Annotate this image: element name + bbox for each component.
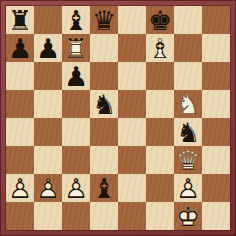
square-a1[interactable]: [6, 202, 34, 230]
piece-white-pawn: ♙: [62, 174, 90, 202]
square-f5[interactable]: [146, 90, 174, 118]
piece-black-knight: ♞: [174, 118, 202, 146]
square-c3[interactable]: [62, 146, 90, 174]
piece-black-pawn: ♟: [62, 62, 90, 90]
square-d3[interactable]: [90, 146, 118, 174]
square-b3[interactable]: [34, 146, 62, 174]
square-c5[interactable]: [62, 90, 90, 118]
square-d8[interactable]: ♛: [90, 6, 118, 34]
square-f4[interactable]: [146, 118, 174, 146]
piece-white-pawn-fill: ♟: [34, 174, 62, 202]
square-c8[interactable]: ♝: [62, 6, 90, 34]
piece-white-king-fill: ♚: [174, 202, 202, 230]
square-c7[interactable]: ♜♖: [62, 34, 90, 62]
piece-white-queen: ♕: [174, 146, 202, 174]
chess-board-frame: ♜♝♛♚♟♟♜♖♝♗♟♞♞♘♞♛♕♟♙♟♙♟♙♝♟♙♚♔: [0, 0, 236, 236]
square-d4[interactable]: [90, 118, 118, 146]
square-g5[interactable]: ♞♘: [174, 90, 202, 118]
piece-white-king: ♔: [174, 202, 202, 230]
square-h8[interactable]: [202, 6, 230, 34]
square-b6[interactable]: [34, 62, 62, 90]
square-b8[interactable]: [34, 6, 62, 34]
piece-white-bishop: ♗: [146, 34, 174, 62]
square-b4[interactable]: [34, 118, 62, 146]
square-e8[interactable]: [118, 6, 146, 34]
square-e5[interactable]: [118, 90, 146, 118]
piece-white-pawn: ♙: [6, 174, 34, 202]
square-g2[interactable]: ♟♙: [174, 174, 202, 202]
piece-black-knight: ♞: [90, 90, 118, 118]
square-c6[interactable]: ♟: [62, 62, 90, 90]
square-c2[interactable]: ♟♙: [62, 174, 90, 202]
square-f3[interactable]: [146, 146, 174, 174]
square-e7[interactable]: [118, 34, 146, 62]
square-g1[interactable]: ♚♔: [174, 202, 202, 230]
square-d2[interactable]: ♝: [90, 174, 118, 202]
square-g6[interactable]: [174, 62, 202, 90]
chess-board: ♜♝♛♚♟♟♜♖♝♗♟♞♞♘♞♛♕♟♙♟♙♟♙♝♟♙♚♔: [6, 6, 230, 230]
square-e4[interactable]: [118, 118, 146, 146]
square-e1[interactable]: [118, 202, 146, 230]
square-g7[interactable]: [174, 34, 202, 62]
square-b2[interactable]: ♟♙: [34, 174, 62, 202]
square-a7[interactable]: ♟: [6, 34, 34, 62]
square-h5[interactable]: [202, 90, 230, 118]
square-h4[interactable]: [202, 118, 230, 146]
square-e2[interactable]: [118, 174, 146, 202]
square-b7[interactable]: ♟: [34, 34, 62, 62]
square-h2[interactable]: [202, 174, 230, 202]
piece-black-bishop: ♝: [90, 174, 118, 202]
square-a3[interactable]: [6, 146, 34, 174]
square-g8[interactable]: [174, 6, 202, 34]
square-f6[interactable]: [146, 62, 174, 90]
square-h7[interactable]: [202, 34, 230, 62]
square-g3[interactable]: ♛♕: [174, 146, 202, 174]
piece-black-pawn: ♟: [34, 34, 62, 62]
square-e3[interactable]: [118, 146, 146, 174]
square-a4[interactable]: [6, 118, 34, 146]
piece-white-bishop-fill: ♝: [146, 34, 174, 62]
square-h1[interactable]: [202, 202, 230, 230]
piece-white-knight: ♘: [174, 90, 202, 118]
piece-black-rook: ♜: [6, 6, 34, 34]
square-a8[interactable]: ♜: [6, 6, 34, 34]
piece-white-knight-fill: ♞: [174, 90, 202, 118]
piece-white-pawn-fill: ♟: [174, 174, 202, 202]
square-f8[interactable]: ♚: [146, 6, 174, 34]
piece-white-queen-fill: ♛: [174, 146, 202, 174]
square-d5[interactable]: ♞: [90, 90, 118, 118]
square-f7[interactable]: ♝♗: [146, 34, 174, 62]
piece-white-rook-fill: ♜: [62, 34, 90, 62]
piece-white-pawn: ♙: [34, 174, 62, 202]
square-d6[interactable]: [90, 62, 118, 90]
square-c1[interactable]: [62, 202, 90, 230]
piece-white-pawn: ♙: [174, 174, 202, 202]
square-b5[interactable]: [34, 90, 62, 118]
piece-white-pawn-fill: ♟: [62, 174, 90, 202]
square-e6[interactable]: [118, 62, 146, 90]
piece-white-rook: ♖: [62, 34, 90, 62]
square-b1[interactable]: [34, 202, 62, 230]
square-f1[interactable]: [146, 202, 174, 230]
piece-black-pawn: ♟: [6, 34, 34, 62]
square-f2[interactable]: [146, 174, 174, 202]
square-d7[interactable]: [90, 34, 118, 62]
piece-white-pawn-fill: ♟: [6, 174, 34, 202]
piece-black-queen: ♛: [90, 6, 118, 34]
square-a2[interactable]: ♟♙: [6, 174, 34, 202]
square-h6[interactable]: [202, 62, 230, 90]
square-d1[interactable]: [90, 202, 118, 230]
square-a5[interactable]: [6, 90, 34, 118]
piece-black-bishop: ♝: [62, 6, 90, 34]
piece-black-king: ♚: [146, 6, 174, 34]
square-a6[interactable]: [6, 62, 34, 90]
square-g4[interactable]: ♞: [174, 118, 202, 146]
square-h3[interactable]: [202, 146, 230, 174]
square-c4[interactable]: [62, 118, 90, 146]
